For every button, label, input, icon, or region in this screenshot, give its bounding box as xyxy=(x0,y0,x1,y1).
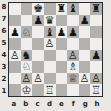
square-h3[interactable] xyxy=(90,61,102,73)
white-king-icon: ♔ xyxy=(22,84,32,95)
square-e6[interactable]: ♟ xyxy=(56,26,68,38)
black-king-icon: ♚ xyxy=(33,3,43,14)
square-a8[interactable] xyxy=(9,3,21,15)
rank-label-7: 7 xyxy=(0,14,8,26)
square-d1[interactable]: ♖ xyxy=(44,84,56,96)
file-label-g: g xyxy=(79,98,91,110)
square-c6[interactable] xyxy=(32,26,44,38)
square-g1[interactable] xyxy=(79,84,91,96)
square-b7[interactable] xyxy=(21,15,33,27)
square-h5[interactable] xyxy=(90,38,102,50)
square-a1[interactable] xyxy=(9,84,21,96)
square-f2[interactable]: ♕ xyxy=(67,73,79,85)
black-rook-icon: ♜ xyxy=(56,3,66,14)
black-queen-icon: ♛ xyxy=(45,15,55,26)
square-f1[interactable] xyxy=(67,84,79,96)
white-pawn-icon: ♙ xyxy=(91,73,101,84)
file-label-e: e xyxy=(56,98,68,110)
square-h2[interactable]: ♙ xyxy=(90,73,102,85)
square-d7[interactable]: ♛ xyxy=(44,15,56,27)
chess-diagram: 87654321 ♚♜♝♜♟♛♟♟♘♝♟♟♙♙♞♙♟♘♗♙♙♕♙♙♔♖♖ abc… xyxy=(0,0,111,111)
square-h6[interactable] xyxy=(90,26,102,38)
rank-label-1: 1 xyxy=(0,85,8,97)
square-d6[interactable]: ♝ xyxy=(44,26,56,38)
white-pawn-icon: ♙ xyxy=(22,73,32,84)
file-label-a: a xyxy=(8,98,20,110)
white-bishop-icon: ♗ xyxy=(68,61,78,72)
white-pawn-icon: ♙ xyxy=(33,73,43,84)
black-pawn-icon: ♟ xyxy=(80,15,90,26)
rank-label-3: 3 xyxy=(0,61,8,73)
square-g8[interactable] xyxy=(79,3,91,15)
square-b3[interactable]: ♘ xyxy=(21,61,33,73)
square-d4[interactable] xyxy=(44,50,56,62)
square-f8[interactable]: ♝ xyxy=(67,3,79,15)
rank-label-4: 4 xyxy=(0,50,8,62)
rank-label-5: 5 xyxy=(0,38,8,50)
white-knight-icon: ♘ xyxy=(22,61,32,72)
square-g7[interactable]: ♟ xyxy=(79,15,91,27)
square-h1[interactable]: ♖ xyxy=(90,84,102,96)
square-c1[interactable] xyxy=(32,84,44,96)
white-pawn-icon: ♙ xyxy=(45,38,55,49)
file-label-d: d xyxy=(44,98,56,110)
square-c4[interactable] xyxy=(32,50,44,62)
file-label-c: c xyxy=(32,98,44,110)
white-knight-icon: ♘ xyxy=(22,26,32,37)
square-d2[interactable] xyxy=(44,73,56,85)
square-e7[interactable] xyxy=(56,15,68,27)
rank-label-8: 8 xyxy=(0,2,8,14)
file-label-b: b xyxy=(20,98,32,110)
square-f6[interactable]: ♟ xyxy=(67,26,79,38)
square-c2[interactable]: ♙ xyxy=(32,73,44,85)
file-label-h: h xyxy=(91,98,103,110)
chess-board: ♚♜♝♜♟♛♟♟♘♝♟♟♙♙♞♙♟♘♗♙♙♕♙♙♔♖♖ xyxy=(8,2,103,97)
square-h8[interactable]: ♜ xyxy=(90,3,102,15)
square-a4[interactable]: ♙ xyxy=(9,50,21,62)
black-pawn-icon: ♟ xyxy=(91,50,101,61)
square-a7[interactable] xyxy=(9,15,21,27)
square-g2[interactable]: ♙ xyxy=(79,73,91,85)
black-bishop-icon: ♝ xyxy=(68,3,78,14)
black-pawn-icon: ♟ xyxy=(56,26,66,37)
white-queen-icon: ♕ xyxy=(68,73,78,84)
white-pawn-icon: ♙ xyxy=(80,73,90,84)
square-b2[interactable]: ♙ xyxy=(21,73,33,85)
square-f4[interactable]: ♙ xyxy=(67,50,79,62)
black-pawn-icon: ♟ xyxy=(10,26,20,37)
square-c8[interactable]: ♚ xyxy=(32,3,44,15)
square-b1[interactable]: ♔ xyxy=(21,84,33,96)
square-f3[interactable]: ♗ xyxy=(67,61,79,73)
square-g6[interactable] xyxy=(79,26,91,38)
square-d8[interactable] xyxy=(44,3,56,15)
square-e8[interactable]: ♜ xyxy=(56,3,68,15)
square-h7[interactable] xyxy=(90,15,102,27)
file-label-f: f xyxy=(67,98,79,110)
black-pawn-icon: ♟ xyxy=(68,26,78,37)
square-a5[interactable] xyxy=(9,38,21,50)
square-d5[interactable]: ♙ xyxy=(44,38,56,50)
square-a2[interactable] xyxy=(9,73,21,85)
square-f7[interactable] xyxy=(67,15,79,27)
square-c7[interactable]: ♟ xyxy=(32,15,44,27)
white-pawn-icon: ♙ xyxy=(10,50,20,61)
square-b5[interactable] xyxy=(21,38,33,50)
square-g4[interactable] xyxy=(79,50,91,62)
square-e4[interactable] xyxy=(56,50,68,62)
white-rook-icon: ♖ xyxy=(91,84,101,95)
square-c5[interactable] xyxy=(32,38,44,50)
square-e2[interactable] xyxy=(56,73,68,85)
black-rook-icon: ♜ xyxy=(91,3,101,14)
square-h4[interactable]: ♟ xyxy=(90,50,102,62)
square-e3[interactable] xyxy=(56,61,68,73)
rank-labels: 87654321 xyxy=(0,2,8,97)
square-e5[interactable] xyxy=(56,38,68,50)
black-bishop-icon: ♝ xyxy=(45,26,55,37)
square-g3[interactable] xyxy=(79,61,91,73)
square-g5[interactable] xyxy=(79,38,91,50)
rank-label-2: 2 xyxy=(0,73,8,85)
square-b6[interactable]: ♘ xyxy=(21,26,33,38)
square-e1[interactable] xyxy=(56,84,68,96)
black-knight-icon: ♞ xyxy=(22,50,32,61)
square-b4[interactable]: ♞ xyxy=(21,50,33,62)
black-pawn-icon: ♟ xyxy=(33,15,43,26)
square-a3[interactable] xyxy=(9,61,21,73)
rank-label-6: 6 xyxy=(0,26,8,38)
square-d3[interactable] xyxy=(44,61,56,73)
square-f5[interactable] xyxy=(67,38,79,50)
white-rook-icon: ♖ xyxy=(45,84,55,95)
square-b8[interactable] xyxy=(21,3,33,15)
white-pawn-icon: ♙ xyxy=(68,50,78,61)
square-a6[interactable]: ♟ xyxy=(9,26,21,38)
file-labels: abcdefgh xyxy=(8,98,103,110)
square-c3[interactable] xyxy=(32,61,44,73)
